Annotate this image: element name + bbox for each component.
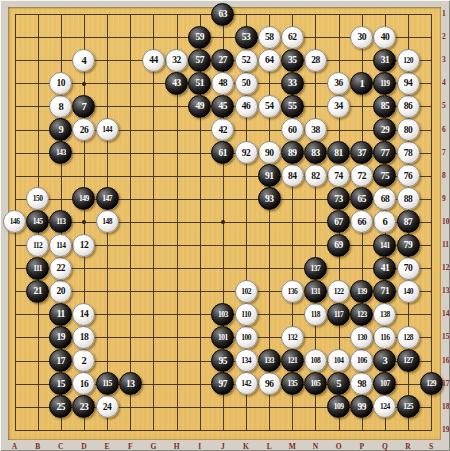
- stone-21-black[interactable]: 21: [26, 280, 49, 303]
- stone-49-black[interactable]: 49: [188, 95, 211, 118]
- column-label-G: G: [146, 443, 160, 451]
- stone-20-white[interactable]: 20: [49, 280, 72, 303]
- stone-144-white[interactable]: 144: [96, 118, 119, 141]
- stone-100-white[interactable]: 100: [235, 326, 258, 349]
- row-label-9: 9: [442, 195, 450, 203]
- stone-87-black[interactable]: 87: [397, 210, 420, 233]
- stone-48-white[interactable]: 48: [211, 72, 234, 95]
- stone-125-black[interactable]: 125: [397, 395, 420, 418]
- row-label-6: 6: [442, 126, 450, 134]
- star-point: [221, 220, 225, 224]
- column-label-L: L: [262, 443, 276, 451]
- stone-57-black[interactable]: 57: [188, 49, 211, 72]
- row-label-5: 5: [442, 102, 450, 110]
- column-label-A: A: [8, 443, 22, 451]
- stone-140-white[interactable]: 140: [397, 280, 420, 303]
- stone-59-black[interactable]: 59: [188, 26, 211, 49]
- stone-129-black[interactable]: 129: [420, 372, 443, 395]
- stone-90-white[interactable]: 90: [258, 141, 281, 164]
- stone-71-black[interactable]: 71: [373, 280, 396, 303]
- row-label-18: 18: [442, 403, 450, 411]
- row-label-19: 19: [442, 426, 450, 434]
- column-label-M: M: [285, 443, 299, 451]
- stone-128-white[interactable]: 128: [397, 326, 420, 349]
- stone-32-white[interactable]: 32: [165, 49, 188, 72]
- stone-46-white[interactable]: 46: [235, 95, 258, 118]
- stone-78-white[interactable]: 78: [397, 141, 420, 164]
- stone-53-black[interactable]: 53: [235, 26, 258, 49]
- stone-105-black[interactable]: 105: [304, 372, 327, 395]
- stone-130-white[interactable]: 130: [350, 326, 373, 349]
- stone-27-black[interactable]: 27: [211, 49, 234, 72]
- row-label-4: 4: [442, 79, 450, 87]
- stone-1-black[interactable]: 1: [350, 72, 373, 95]
- stone-110-white[interactable]: 110: [235, 303, 258, 326]
- stone-111-black[interactable]: 111: [26, 257, 49, 280]
- stone-55-black[interactable]: 55: [281, 95, 304, 118]
- stone-44-white[interactable]: 44: [142, 49, 165, 72]
- row-label-17: 17: [442, 380, 450, 388]
- stone-43-black[interactable]: 43: [165, 72, 188, 95]
- stone-34-white[interactable]: 34: [327, 95, 350, 118]
- stone-103-black[interactable]: 103: [211, 303, 234, 326]
- stone-28-white[interactable]: 28: [304, 49, 327, 72]
- stone-137-black[interactable]: 137: [304, 257, 327, 280]
- stone-86-white[interactable]: 86: [397, 95, 420, 118]
- stone-79-black[interactable]: 79: [397, 234, 420, 257]
- stone-91-black[interactable]: 91: [258, 164, 281, 187]
- stone-30-white[interactable]: 30: [350, 26, 373, 49]
- stone-13-black[interactable]: 13: [119, 372, 142, 395]
- stone-104-white[interactable]: 104: [327, 349, 350, 372]
- stone-76-white[interactable]: 76: [397, 164, 420, 187]
- row-label-2: 2: [442, 33, 450, 41]
- stone-38-white[interactable]: 38: [304, 118, 327, 141]
- stone-102-white[interactable]: 102: [235, 280, 258, 303]
- stone-50-white[interactable]: 50: [235, 72, 258, 95]
- column-label-C: C: [54, 443, 68, 451]
- column-label-E: E: [100, 443, 114, 451]
- stone-120-white[interactable]: 120: [397, 49, 420, 72]
- stone-69-black[interactable]: 69: [327, 234, 350, 257]
- column-label-H: H: [170, 443, 184, 451]
- stone-36-white[interactable]: 36: [327, 72, 350, 95]
- stone-134-white[interactable]: 134: [235, 349, 258, 372]
- stone-96-white[interactable]: 96: [258, 372, 281, 395]
- row-label-16: 16: [442, 357, 450, 365]
- stone-52-white[interactable]: 52: [235, 49, 258, 72]
- column-label-I: I: [193, 443, 207, 451]
- stone-121-black[interactable]: 121: [281, 349, 304, 372]
- stone-117-black[interactable]: 117: [327, 303, 350, 326]
- column-label-N: N: [308, 443, 322, 451]
- stone-41-black[interactable]: 41: [373, 257, 396, 280]
- row-label-11: 11: [442, 241, 450, 249]
- grid-line-horizontal: [15, 430, 433, 431]
- stone-31-black[interactable]: 31: [373, 49, 396, 72]
- stone-33-black[interactable]: 33: [281, 72, 304, 95]
- star-point: [82, 82, 86, 86]
- row-label-1: 1: [442, 10, 450, 18]
- go-diagram-root: ABCDEFGHIJKLMNOPQRS123456789101112131415…: [0, 0, 450, 451]
- stone-62-white[interactable]: 62: [281, 26, 304, 49]
- row-label-14: 14: [442, 310, 450, 318]
- stone-122-white[interactable]: 122: [327, 280, 350, 303]
- column-label-P: P: [355, 443, 369, 451]
- stone-147-black[interactable]: 147: [96, 187, 119, 210]
- stone-89-black[interactable]: 89: [281, 141, 304, 164]
- stone-148-white[interactable]: 148: [96, 210, 119, 233]
- stone-108-white[interactable]: 108: [304, 349, 327, 372]
- stone-132-white[interactable]: 132: [281, 326, 304, 349]
- stone-88-white[interactable]: 88: [397, 187, 420, 210]
- stone-136-white[interactable]: 136: [281, 280, 304, 303]
- column-label-Q: Q: [378, 443, 392, 451]
- stone-118-white[interactable]: 118: [304, 303, 327, 326]
- column-label-K: K: [239, 443, 253, 451]
- stone-40-white[interactable]: 40: [373, 26, 396, 49]
- stone-60-white[interactable]: 60: [281, 118, 304, 141]
- stone-142-white[interactable]: 142: [235, 372, 258, 395]
- stone-82-white[interactable]: 82: [304, 164, 327, 187]
- column-label-J: J: [216, 443, 230, 451]
- stone-51-black[interactable]: 51: [188, 72, 211, 95]
- column-label-F: F: [123, 443, 137, 451]
- stone-133-black[interactable]: 133: [258, 349, 281, 372]
- stone-123-black[interactable]: 123: [350, 303, 373, 326]
- star-point: [82, 220, 86, 224]
- column-label-D: D: [77, 443, 91, 451]
- row-label-3: 3: [442, 56, 450, 64]
- row-label-13: 13: [442, 287, 450, 295]
- stone-70-white[interactable]: 70: [397, 257, 420, 280]
- stone-80-white[interactable]: 80: [397, 118, 420, 141]
- stone-112-white[interactable]: 112: [26, 234, 49, 257]
- stone-11-black[interactable]: 11: [49, 303, 72, 326]
- stone-83-black[interactable]: 83: [304, 141, 327, 164]
- stone-4-white[interactable]: 4: [72, 49, 95, 72]
- stone-115-black[interactable]: 115: [96, 372, 119, 395]
- stone-141-black[interactable]: 141: [373, 234, 396, 257]
- stone-54-white[interactable]: 54: [258, 95, 281, 118]
- stone-135-black[interactable]: 135: [281, 372, 304, 395]
- stone-131-black[interactable]: 131: [304, 280, 327, 303]
- stone-64-white[interactable]: 64: [258, 49, 281, 72]
- stone-84-white[interactable]: 84: [281, 164, 304, 187]
- stone-35-black[interactable]: 35: [281, 49, 304, 72]
- row-label-8: 8: [442, 172, 450, 180]
- column-label-B: B: [31, 443, 45, 451]
- column-label-O: O: [332, 443, 346, 451]
- stone-93-black[interactable]: 93: [258, 187, 281, 210]
- stone-22-white[interactable]: 22: [49, 257, 72, 280]
- stone-63-black[interactable]: 63: [211, 3, 234, 26]
- stone-10-white[interactable]: 10: [49, 72, 72, 95]
- stone-92-white[interactable]: 92: [235, 141, 258, 164]
- stone-58-white[interactable]: 58: [258, 26, 281, 49]
- stone-24-white[interactable]: 24: [96, 395, 119, 418]
- stone-12-white[interactable]: 12: [72, 234, 95, 257]
- stone-94-white[interactable]: 94: [397, 72, 420, 95]
- column-label-R: R: [401, 443, 415, 451]
- row-label-15: 15: [442, 333, 450, 341]
- stone-114-white[interactable]: 114: [49, 234, 72, 257]
- row-label-12: 12: [442, 264, 450, 272]
- grid-line-horizontal: [15, 268, 433, 269]
- stone-127-black[interactable]: 127: [397, 349, 420, 372]
- row-label-7: 7: [442, 149, 450, 157]
- column-label-S: S: [424, 443, 438, 451]
- row-label-10: 10: [442, 218, 450, 226]
- stone-139-black[interactable]: 139: [350, 280, 373, 303]
